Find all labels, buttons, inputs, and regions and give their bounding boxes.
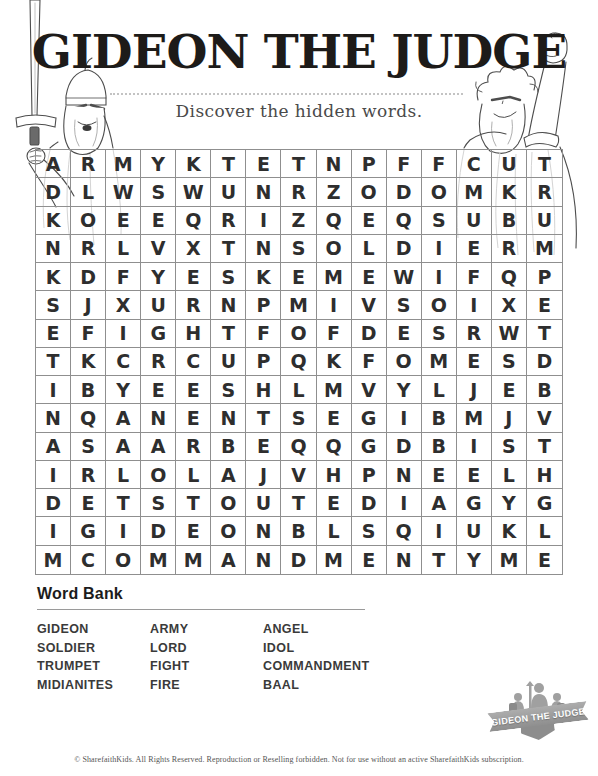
word-bank-word: LORD bbox=[150, 639, 263, 658]
grid-cell-r6c3[interactable]: X bbox=[106, 291, 141, 319]
grid-cell-r3c3[interactable]: E bbox=[106, 207, 141, 235]
grid-cell-r15c4[interactable]: M bbox=[141, 546, 176, 574]
worksheet-page: GIDEON THE JUDGE Discover the hidden wor… bbox=[0, 0, 598, 776]
grid-cell-r1c1[interactable]: A bbox=[36, 150, 71, 178]
grid-cell-r3c4[interactable]: E bbox=[141, 207, 176, 235]
grid-cell-r9c7[interactable]: H bbox=[246, 376, 281, 404]
grid-cell-r7c13[interactable]: R bbox=[457, 320, 492, 348]
grid-cell-r4c11[interactable]: D bbox=[387, 235, 422, 263]
grid-cell-r4c9[interactable]: O bbox=[317, 235, 352, 263]
grid-cell-r12c2[interactable]: R bbox=[71, 461, 106, 489]
grid-cell-r12c7[interactable]: J bbox=[246, 461, 281, 489]
grid-cell-r5c7[interactable]: K bbox=[246, 263, 281, 291]
grid-cell-r8c12[interactable]: M bbox=[422, 348, 457, 376]
grid-cell-r6c12[interactable]: O bbox=[422, 291, 457, 319]
grid-cell-r15c1[interactable]: M bbox=[36, 546, 71, 574]
grid-cell-r4c6[interactable]: T bbox=[211, 235, 246, 263]
grid-cell-r9c1[interactable]: I bbox=[36, 376, 71, 404]
grid-cell-r14c7[interactable]: N bbox=[246, 517, 281, 545]
grid-cell-r12c3[interactable]: L bbox=[106, 461, 141, 489]
grid-cell-r6c9[interactable]: I bbox=[317, 291, 352, 319]
grid-cell-r8c13[interactable]: E bbox=[457, 348, 492, 376]
grid-cell-r12c10[interactable]: P bbox=[352, 461, 387, 489]
grid-cell-r11c14[interactable]: S bbox=[492, 433, 527, 461]
grid-cell-r2c14[interactable]: K bbox=[492, 178, 527, 206]
grid-cell-r9c10[interactable]: V bbox=[352, 376, 387, 404]
word-bank-word: COMMANDMENT bbox=[263, 657, 369, 676]
grid-cell-r1c3[interactable]: M bbox=[106, 150, 141, 178]
dotted-divider bbox=[110, 93, 463, 95]
grid-cell-r5c14[interactable]: Q bbox=[492, 263, 527, 291]
grid-cell-r9c2[interactable]: B bbox=[71, 376, 106, 404]
grid-cell-r4c4[interactable]: V bbox=[141, 235, 176, 263]
grid-cell-r3c11[interactable]: Q bbox=[387, 207, 422, 235]
grid-cell-r2c5[interactable]: W bbox=[176, 178, 211, 206]
grid-cell-r14c9[interactable]: L bbox=[317, 517, 352, 545]
word-bank-word: BAAL bbox=[263, 676, 369, 695]
grid-cell-r5c6[interactable]: S bbox=[211, 263, 246, 291]
grid-cell-r14c15[interactable]: L bbox=[527, 517, 562, 545]
word-bank-word: IDOL bbox=[263, 639, 369, 658]
grid-cell-r9c6[interactable]: S bbox=[211, 376, 246, 404]
word-bank-columns: GIDEONSOLDIERTRUMPETMIDIANITESARMYLORDFI… bbox=[37, 620, 369, 694]
grid-cell-r10c12[interactable]: B bbox=[422, 404, 457, 432]
word-bank-word: TRUMPET bbox=[37, 657, 150, 676]
grid-cell-r6c13[interactable]: I bbox=[457, 291, 492, 319]
grid-cell-r2c4[interactable]: S bbox=[141, 178, 176, 206]
grid-cell-r8c3[interactable]: C bbox=[106, 348, 141, 376]
grid-cell-r1c10[interactable]: P bbox=[352, 150, 387, 178]
grid-cell-r4c1[interactable]: N bbox=[36, 235, 71, 263]
word-bank-word: GIDEON bbox=[37, 620, 150, 639]
grid-cell-r8c4[interactable]: R bbox=[141, 348, 176, 376]
grid-cell-r15c15[interactable]: E bbox=[527, 546, 562, 574]
grid-cell-r7c6[interactable]: T bbox=[211, 320, 246, 348]
grid-cell-r11c5[interactable]: R bbox=[176, 433, 211, 461]
grid-cell-r14c1[interactable]: I bbox=[36, 517, 71, 545]
grid-cell-r9c5[interactable]: E bbox=[176, 376, 211, 404]
grid-cell-r2c1[interactable]: D bbox=[36, 178, 71, 206]
grid-cell-r7c3[interactable]: I bbox=[106, 320, 141, 348]
grid-cell-r7c8[interactable]: O bbox=[281, 320, 316, 348]
grid-cell-r5c15[interactable]: P bbox=[527, 263, 562, 291]
grid-cell-r4c14[interactable]: R bbox=[492, 235, 527, 263]
page-title: GIDEON THE JUDGE bbox=[0, 24, 598, 80]
grid-cell-r3c12[interactable]: S bbox=[422, 207, 457, 235]
grid-cell-r5c1[interactable]: K bbox=[36, 263, 71, 291]
grid-cell-r11c11[interactable]: D bbox=[387, 433, 422, 461]
grid-cell-r9c12[interactable]: L bbox=[422, 376, 457, 404]
grid-cell-r6c5[interactable]: R bbox=[176, 291, 211, 319]
grid-cell-r8c2[interactable]: K bbox=[71, 348, 106, 376]
grid-cell-r10c13[interactable]: M bbox=[457, 404, 492, 432]
grid-cell-r3c10[interactable]: E bbox=[352, 207, 387, 235]
grid-cell-r4c8[interactable]: S bbox=[281, 235, 316, 263]
grid-cell-r12c11[interactable]: N bbox=[387, 461, 422, 489]
grid-cell-r13c9[interactable]: E bbox=[317, 489, 352, 517]
grid-cell-r13c6[interactable]: O bbox=[211, 489, 246, 517]
grid-cell-r2c2[interactable]: L bbox=[71, 178, 106, 206]
grid-cell-r12c1[interactable]: I bbox=[36, 461, 71, 489]
grid-cell-r10c2[interactable]: Q bbox=[71, 404, 106, 432]
grid-cell-r1c12[interactable]: F bbox=[422, 150, 457, 178]
grid-cell-r10c11[interactable]: I bbox=[387, 404, 422, 432]
grid-cell-r1c2[interactable]: R bbox=[71, 150, 106, 178]
word-bank-heading: Word Bank bbox=[37, 585, 123, 603]
grid-cell-r4c5[interactable]: X bbox=[176, 235, 211, 263]
grid-cell-r4c7[interactable]: N bbox=[246, 235, 281, 263]
grid-cell-r1c14[interactable]: U bbox=[492, 150, 527, 178]
grid-cell-r5c13[interactable]: F bbox=[457, 263, 492, 291]
grid-cell-r10c7[interactable]: T bbox=[246, 404, 281, 432]
grid-cell-r15c2[interactable]: C bbox=[71, 546, 106, 574]
grid-cell-r13c15[interactable]: G bbox=[527, 489, 562, 517]
grid-cell-r12c9[interactable]: H bbox=[317, 461, 352, 489]
grid-cell-r6c6[interactable]: N bbox=[211, 291, 246, 319]
grid-cell-r11c4[interactable]: A bbox=[141, 433, 176, 461]
grid-cell-r15c9[interactable]: M bbox=[317, 546, 352, 574]
grid-cell-r12c15[interactable]: H bbox=[527, 461, 562, 489]
grid-cell-r10c3[interactable]: A bbox=[106, 404, 141, 432]
grid-cell-r13c1[interactable]: D bbox=[36, 489, 71, 517]
grid-cell-r9c8[interactable]: L bbox=[281, 376, 316, 404]
grid-cell-r15c5[interactable]: M bbox=[176, 546, 211, 574]
grid-cell-r11c12[interactable]: B bbox=[422, 433, 457, 461]
grid-cell-r14c11[interactable]: Q bbox=[387, 517, 422, 545]
word-bank-word: SOLDIER bbox=[37, 639, 150, 658]
grid-cell-r9c11[interactable]: Y bbox=[387, 376, 422, 404]
sharefaith-badge: GIDEON THE JUDGE bbox=[488, 681, 588, 745]
grid-cell-r5c2[interactable]: D bbox=[71, 263, 106, 291]
grid-cell-r12c12[interactable]: E bbox=[422, 461, 457, 489]
grid-cell-r15c12[interactable]: T bbox=[422, 546, 457, 574]
grid-cell-r8c10[interactable]: F bbox=[352, 348, 387, 376]
grid-cell-r13c12[interactable]: A bbox=[422, 489, 457, 517]
grid-cell-r12c5[interactable]: L bbox=[176, 461, 211, 489]
grid-cell-r2c15[interactable]: R bbox=[527, 178, 562, 206]
grid-cell-r9c9[interactable]: M bbox=[317, 376, 352, 404]
grid-cell-r5c5[interactable]: E bbox=[176, 263, 211, 291]
grid-cell-r6c1[interactable]: S bbox=[36, 291, 71, 319]
grid-cell-r10c5[interactable]: E bbox=[176, 404, 211, 432]
grid-cell-r6c14[interactable]: X bbox=[492, 291, 527, 319]
grid-cell-r7c12[interactable]: S bbox=[422, 320, 457, 348]
grid-cell-r1c4[interactable]: Y bbox=[141, 150, 176, 178]
grid-cell-r15c8[interactable]: D bbox=[281, 546, 316, 574]
grid-cell-r7c4[interactable]: G bbox=[141, 320, 176, 348]
grid-cell-r13c7[interactable]: U bbox=[246, 489, 281, 517]
copyright-footer: © SharefaithKids. All Rights Reserved. R… bbox=[0, 755, 598, 764]
grid-cell-r11c1[interactable]: A bbox=[36, 433, 71, 461]
word-bank-word: MIDIANITES bbox=[37, 676, 150, 695]
grid-cell-r7c15[interactable]: T bbox=[527, 320, 562, 348]
grid-cell-r3c8[interactable]: Z bbox=[281, 207, 316, 235]
grid-cell-r14c5[interactable]: E bbox=[176, 517, 211, 545]
grid-cell-r13c5[interactable]: T bbox=[176, 489, 211, 517]
grid-cell-r1c13[interactable]: C bbox=[457, 150, 492, 178]
grid-cell-r13c10[interactable]: D bbox=[352, 489, 387, 517]
grid-cell-r4c3[interactable]: L bbox=[106, 235, 141, 263]
grid-cell-r13c13[interactable]: G bbox=[457, 489, 492, 517]
grid-cell-r11c6[interactable]: B bbox=[211, 433, 246, 461]
grid-cell-r13c11[interactable]: I bbox=[387, 489, 422, 517]
grid-cell-r15c14[interactable]: M bbox=[492, 546, 527, 574]
grid-cell-r10c14[interactable]: J bbox=[492, 404, 527, 432]
grid-cell-r8c6[interactable]: U bbox=[211, 348, 246, 376]
grid-cell-r5c8[interactable]: E bbox=[281, 263, 316, 291]
grid-cell-r14c3[interactable]: I bbox=[106, 517, 141, 545]
grid-cell-r11c10[interactable]: G bbox=[352, 433, 387, 461]
grid-cell-r9c4[interactable]: E bbox=[141, 376, 176, 404]
grid-cell-r2c13[interactable]: M bbox=[457, 178, 492, 206]
grid-cell-r4c10[interactable]: L bbox=[352, 235, 387, 263]
grid-cell-r6c4[interactable]: U bbox=[141, 291, 176, 319]
page-subtitle: Discover the hidden words. bbox=[0, 101, 598, 121]
grid-cell-r12c14[interactable]: L bbox=[492, 461, 527, 489]
grid-cell-r13c8[interactable]: T bbox=[281, 489, 316, 517]
grid-cell-r11c3[interactable]: A bbox=[106, 433, 141, 461]
grid-cell-r3c5[interactable]: Q bbox=[176, 207, 211, 235]
grid-cell-r12c13[interactable]: E bbox=[457, 461, 492, 489]
grid-cell-r1c6[interactable]: T bbox=[211, 150, 246, 178]
grid-cell-r13c14[interactable]: Y bbox=[492, 489, 527, 517]
grid-cell-r12c8[interactable]: V bbox=[281, 461, 316, 489]
grid-cell-r11c8[interactable]: Q bbox=[281, 433, 316, 461]
grid-cell-r8c9[interactable]: K bbox=[317, 348, 352, 376]
grid-cell-r10c6[interactable]: N bbox=[211, 404, 246, 432]
grid-cell-r9c3[interactable]: Y bbox=[106, 376, 141, 404]
grid-cell-r3c1[interactable]: K bbox=[36, 207, 71, 235]
grid-cell-r7c5[interactable]: H bbox=[176, 320, 211, 348]
grid-cell-r5c4[interactable]: Y bbox=[141, 263, 176, 291]
grid-cell-r7c14[interactable]: W bbox=[492, 320, 527, 348]
grid-cell-r1c11[interactable]: F bbox=[387, 150, 422, 178]
grid-cell-r1c8[interactable]: T bbox=[281, 150, 316, 178]
grid-cell-r14c4[interactable]: D bbox=[141, 517, 176, 545]
grid-cell-r4c13[interactable]: E bbox=[457, 235, 492, 263]
grid-cell-r7c1[interactable]: E bbox=[36, 320, 71, 348]
grid-cell-r14c6[interactable]: O bbox=[211, 517, 246, 545]
grid-cell-r4c2[interactable]: R bbox=[71, 235, 106, 263]
grid-cell-r10c4[interactable]: N bbox=[141, 404, 176, 432]
word-bank-column-2: ARMYLORDFIGHTFIRE bbox=[150, 620, 263, 694]
grid-cell-r8c7[interactable]: P bbox=[246, 348, 281, 376]
grid-cell-r8c11[interactable]: O bbox=[387, 348, 422, 376]
grid-cell-r10c9[interactable]: E bbox=[317, 404, 352, 432]
word-bank-word: FIRE bbox=[150, 676, 263, 695]
grid-cell-r3c9[interactable]: Q bbox=[317, 207, 352, 235]
grid-cell-r6c10[interactable]: V bbox=[352, 291, 387, 319]
grid-cell-r12c6[interactable]: A bbox=[211, 461, 246, 489]
grid-cell-r6c7[interactable]: P bbox=[246, 291, 281, 319]
grid-cell-r14c12[interactable]: I bbox=[422, 517, 457, 545]
grid-cell-r10c10[interactable]: G bbox=[352, 404, 387, 432]
grid-cell-r1c5[interactable]: K bbox=[176, 150, 211, 178]
grid-cell-r9c14[interactable]: E bbox=[492, 376, 527, 404]
grid-cell-r11c13[interactable]: I bbox=[457, 433, 492, 461]
grid-cell-r11c7[interactable]: E bbox=[246, 433, 281, 461]
grid-cell-r2c12[interactable]: O bbox=[422, 178, 457, 206]
grid-cell-r8c14[interactable]: S bbox=[492, 348, 527, 376]
grid-cell-r15c10[interactable]: E bbox=[352, 546, 387, 574]
grid-cell-r15c13[interactable]: Y bbox=[457, 546, 492, 574]
grid-cell-r10c1[interactable]: N bbox=[36, 404, 71, 432]
grid-cell-r1c9[interactable]: N bbox=[317, 150, 352, 178]
grid-cell-r5c9[interactable]: M bbox=[317, 263, 352, 291]
grid-cell-r1c7[interactable]: E bbox=[246, 150, 281, 178]
grid-cell-r10c15[interactable]: V bbox=[527, 404, 562, 432]
word-bank-divider bbox=[37, 609, 365, 610]
grid-cell-r5c12[interactable]: I bbox=[422, 263, 457, 291]
grid-cell-r3c6[interactable]: R bbox=[211, 207, 246, 235]
word-bank-column-1: GIDEONSOLDIERTRUMPETMIDIANITES bbox=[37, 620, 150, 694]
grid-cell-r2c6[interactable]: U bbox=[211, 178, 246, 206]
grid-cell-r2c9[interactable]: Z bbox=[317, 178, 352, 206]
grid-cell-r7c2[interactable]: F bbox=[71, 320, 106, 348]
grid-cell-r9c15[interactable]: B bbox=[527, 376, 562, 404]
grid-cell-r3c14[interactable]: B bbox=[492, 207, 527, 235]
grid-cell-r3c13[interactable]: U bbox=[457, 207, 492, 235]
grid-cell-r13c2[interactable]: E bbox=[71, 489, 106, 517]
word-bank-word: ANGEL bbox=[263, 620, 369, 639]
grid-cell-r9c13[interactable]: J bbox=[457, 376, 492, 404]
grid-cell-r6c15[interactable]: E bbox=[527, 291, 562, 319]
wordsearch-grid: ARMYKTETNPFFCUTDLWSWUNRZODOMKRKOEEQRIZQE… bbox=[35, 149, 563, 575]
grid-cell-r7c10[interactable]: D bbox=[352, 320, 387, 348]
grid-cell-r8c1[interactable]: T bbox=[36, 348, 71, 376]
grid-cell-r3c7[interactable]: I bbox=[246, 207, 281, 235]
grid-cell-r2c7[interactable]: N bbox=[246, 178, 281, 206]
grid-cell-r6c2[interactable]: J bbox=[71, 291, 106, 319]
grid-cell-r14c2[interactable]: G bbox=[71, 517, 106, 545]
word-bank-word: ARMY bbox=[150, 620, 263, 639]
grid-cell-r7c7[interactable]: F bbox=[246, 320, 281, 348]
grid-cell-r12c4[interactable]: O bbox=[141, 461, 176, 489]
grid-cell-r13c3[interactable]: T bbox=[106, 489, 141, 517]
grid-cell-r13c4[interactable]: S bbox=[141, 489, 176, 517]
grid-cell-r6c8[interactable]: M bbox=[281, 291, 316, 319]
grid-cell-r15c6[interactable]: A bbox=[211, 546, 246, 574]
grid-cell-r4c15[interactable]: M bbox=[527, 235, 562, 263]
grid-cell-r2c11[interactable]: D bbox=[387, 178, 422, 206]
grid-cell-r11c2[interactable]: S bbox=[71, 433, 106, 461]
grid-cell-r1c15[interactable]: T bbox=[527, 150, 562, 178]
grid-cell-r5c10[interactable]: E bbox=[352, 263, 387, 291]
grid-cell-r10c8[interactable]: S bbox=[281, 404, 316, 432]
grid-cell-r8c15[interactable]: D bbox=[527, 348, 562, 376]
grid-cell-r5c3[interactable]: F bbox=[106, 263, 141, 291]
grid-cell-r4c12[interactable]: I bbox=[422, 235, 457, 263]
grid-cell-r14c13[interactable]: U bbox=[457, 517, 492, 545]
grid-cell-r2c10[interactable]: O bbox=[352, 178, 387, 206]
grid-cell-r8c5[interactable]: C bbox=[176, 348, 211, 376]
grid-cell-r3c15[interactable]: U bbox=[527, 207, 562, 235]
grid-cell-r11c9[interactable]: Q bbox=[317, 433, 352, 461]
grid-cell-r15c3[interactable]: O bbox=[106, 546, 141, 574]
grid-cell-r14c14[interactable]: K bbox=[492, 517, 527, 545]
grid-cell-r14c8[interactable]: B bbox=[281, 517, 316, 545]
grid-cell-r15c11[interactable]: N bbox=[387, 546, 422, 574]
grid-cell-r5c11[interactable]: W bbox=[387, 263, 422, 291]
grid-cell-r11c15[interactable]: T bbox=[527, 433, 562, 461]
word-bank-word: FIGHT bbox=[150, 657, 263, 676]
word-bank-column-3: ANGELIDOLCOMMANDMENTBAAL bbox=[263, 620, 369, 694]
grid-cell-r2c3[interactable]: W bbox=[106, 178, 141, 206]
grid-cell-r7c11[interactable]: E bbox=[387, 320, 422, 348]
grid-cell-r15c7[interactable]: N bbox=[246, 546, 281, 574]
grid-cell-r6c11[interactable]: S bbox=[387, 291, 422, 319]
grid-cell-r14c10[interactable]: S bbox=[352, 517, 387, 545]
grid-cell-r3c2[interactable]: O bbox=[71, 207, 106, 235]
grid-cell-r8c8[interactable]: Q bbox=[281, 348, 316, 376]
grid-cell-r7c9[interactable]: F bbox=[317, 320, 352, 348]
grid-cell-r2c8[interactable]: R bbox=[281, 178, 316, 206]
